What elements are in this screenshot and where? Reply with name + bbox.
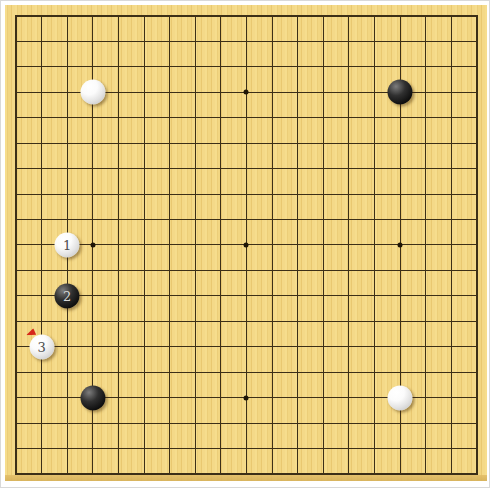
board-intersection[interactable] [80,283,106,308]
board-intersection[interactable] [259,156,285,181]
board-intersection[interactable] [387,436,413,461]
board-intersection[interactable] [29,29,55,54]
board-intersection[interactable] [439,54,465,79]
board-intersection[interactable] [362,309,388,334]
board-intersection[interactable] [234,105,260,130]
board-intersection[interactable] [439,385,465,410]
board-intersection[interactable] [362,29,388,54]
board-intersection[interactable] [3,181,29,206]
board-intersection[interactable] [336,283,362,308]
board-intersection[interactable] [54,181,80,206]
board-intersection[interactable] [464,385,490,410]
board-intersection[interactable] [29,54,55,79]
board-intersection[interactable] [3,232,29,257]
board-intersection[interactable] [362,156,388,181]
board-intersection[interactable] [311,156,337,181]
board-intersection[interactable] [54,334,80,359]
board-intersection[interactable] [439,258,465,283]
board-intersection[interactable] [413,385,439,410]
board-intersection[interactable] [285,54,311,79]
board-intersection[interactable] [439,156,465,181]
board-intersection[interactable] [131,410,157,435]
board-intersection[interactable] [387,334,413,359]
board-intersection[interactable] [131,334,157,359]
board-intersection[interactable] [387,359,413,384]
board-intersection[interactable] [464,410,490,435]
board-intersection[interactable] [54,54,80,79]
board-intersection[interactable] [362,283,388,308]
board-intersection[interactable] [387,54,413,79]
board-intersection[interactable] [439,207,465,232]
board-intersection[interactable] [182,283,208,308]
board-intersection[interactable] [464,436,490,461]
board-intersection[interactable] [208,156,234,181]
board-intersection[interactable] [54,461,80,486]
board-intersection[interactable] [54,436,80,461]
board-intersection[interactable] [413,156,439,181]
board-intersection[interactable] [362,105,388,130]
board-intersection[interactable] [106,54,132,79]
board-intersection[interactable] [54,156,80,181]
board-intersection[interactable] [182,131,208,156]
board-intersection[interactable] [106,181,132,206]
board-intersection[interactable] [464,283,490,308]
board-intersection[interactable] [336,385,362,410]
board-intersection[interactable] [182,334,208,359]
board-intersection[interactable] [80,3,106,28]
board-intersection[interactable] [439,410,465,435]
board-intersection[interactable] [106,359,132,384]
board-intersection[interactable] [208,105,234,130]
board-intersection[interactable] [439,436,465,461]
board-intersection[interactable] [413,283,439,308]
board-intersection[interactable] [464,131,490,156]
board-intersection[interactable] [157,181,183,206]
board-intersection[interactable] [234,156,260,181]
board-intersection[interactable] [311,3,337,28]
board-intersection[interactable] [3,3,29,28]
board-intersection[interactable] [131,80,157,105]
board-intersection[interactable] [439,334,465,359]
board-intersection[interactable] [157,131,183,156]
board-intersection[interactable] [131,105,157,130]
board-intersection[interactable] [29,258,55,283]
board-intersection[interactable] [311,359,337,384]
board-intersection[interactable] [54,309,80,334]
board-intersection[interactable] [157,207,183,232]
board-intersection[interactable] [464,207,490,232]
board-intersection[interactable] [157,3,183,28]
board-intersection[interactable] [80,436,106,461]
board-intersection[interactable] [413,258,439,283]
board-intersection[interactable] [208,3,234,28]
board-intersection[interactable] [106,436,132,461]
board-intersection[interactable] [234,410,260,435]
board-intersection[interactable] [336,29,362,54]
board-intersection[interactable] [182,232,208,257]
board-intersection[interactable] [106,232,132,257]
board-intersection[interactable] [387,105,413,130]
board-intersection[interactable] [336,3,362,28]
board-intersection[interactable] [131,232,157,257]
board-intersection[interactable] [311,334,337,359]
board-intersection[interactable] [29,283,55,308]
board-intersection[interactable] [387,283,413,308]
board-intersection[interactable] [439,359,465,384]
board-intersection[interactable] [157,283,183,308]
board-intersection[interactable] [80,105,106,130]
board-intersection[interactable] [439,309,465,334]
board-intersection[interactable] [285,410,311,435]
board-intersection[interactable] [3,359,29,384]
board-intersection[interactable] [336,461,362,486]
board-intersection[interactable] [106,156,132,181]
board-intersection[interactable] [387,461,413,486]
board-intersection[interactable] [259,461,285,486]
board-intersection[interactable] [234,181,260,206]
board-intersection[interactable] [131,283,157,308]
board-intersection[interactable] [259,29,285,54]
board-intersection[interactable] [106,461,132,486]
board-intersection[interactable] [439,461,465,486]
board-intersection[interactable] [259,54,285,79]
board-intersection[interactable] [3,258,29,283]
board-intersection[interactable] [182,181,208,206]
board-intersection[interactable] [285,3,311,28]
board-intersection[interactable] [464,334,490,359]
board-intersection[interactable] [80,359,106,384]
board-intersection[interactable] [234,207,260,232]
board-intersection[interactable] [157,232,183,257]
board-intersection[interactable] [80,181,106,206]
board-intersection[interactable] [3,461,29,486]
board-intersection[interactable] [208,232,234,257]
board-intersection[interactable] [464,232,490,257]
board-intersection[interactable] [259,258,285,283]
board-intersection[interactable] [208,359,234,384]
board-intersection[interactable] [208,410,234,435]
board-intersection[interactable] [285,385,311,410]
board-intersection[interactable] [336,334,362,359]
board-intersection[interactable] [182,54,208,79]
board-intersection[interactable] [259,309,285,334]
board-intersection[interactable] [208,181,234,206]
board-intersection[interactable] [80,309,106,334]
board-intersection[interactable] [387,29,413,54]
board-intersection[interactable] [131,461,157,486]
board-intersection[interactable] [285,258,311,283]
board-intersection[interactable] [285,105,311,130]
board-intersection[interactable] [413,334,439,359]
board-intersection[interactable] [234,54,260,79]
board-intersection[interactable] [208,54,234,79]
board-intersection[interactable] [208,461,234,486]
board-intersection[interactable] [259,232,285,257]
board-intersection[interactable] [387,309,413,334]
board-intersection[interactable] [285,156,311,181]
board-intersection[interactable] [157,29,183,54]
board-intersection[interactable] [413,359,439,384]
board-intersection[interactable] [54,29,80,54]
board-intersection[interactable] [80,207,106,232]
board-intersection[interactable] [131,181,157,206]
board-intersection[interactable] [208,29,234,54]
board-intersection[interactable] [336,207,362,232]
board-intersection[interactable] [234,283,260,308]
board-intersection[interactable] [29,105,55,130]
board-intersection[interactable] [29,461,55,486]
board-intersection[interactable] [131,156,157,181]
board-intersection[interactable] [413,461,439,486]
board-intersection[interactable] [259,207,285,232]
board-intersection[interactable] [131,29,157,54]
board-intersection[interactable] [413,436,439,461]
board-intersection[interactable] [54,385,80,410]
board-intersection[interactable] [208,334,234,359]
board-intersection[interactable] [464,461,490,486]
board-intersection[interactable] [29,385,55,410]
board-intersection[interactable] [413,3,439,28]
board-intersection[interactable] [336,105,362,130]
board-intersection[interactable] [3,156,29,181]
board-intersection[interactable] [208,283,234,308]
board-intersection[interactable] [234,334,260,359]
board-intersection[interactable] [3,29,29,54]
board-intersection[interactable] [336,80,362,105]
board-intersection[interactable] [54,80,80,105]
board-intersection[interactable] [439,181,465,206]
board-intersection[interactable] [131,436,157,461]
board-intersection[interactable] [182,105,208,130]
board-intersection[interactable] [106,309,132,334]
board-intersection[interactable] [362,461,388,486]
board-intersection[interactable] [259,3,285,28]
board-intersection[interactable] [259,80,285,105]
board-intersection[interactable] [362,385,388,410]
board-intersection[interactable] [311,258,337,283]
board-intersection[interactable] [29,80,55,105]
board-intersection[interactable] [54,410,80,435]
board-intersection[interactable] [106,29,132,54]
board-intersection[interactable] [336,309,362,334]
board-intersection[interactable] [234,258,260,283]
board-intersection[interactable] [439,29,465,54]
board-intersection[interactable] [362,80,388,105]
board-intersection[interactable] [336,258,362,283]
board-intersection[interactable] [362,410,388,435]
board-intersection[interactable] [413,80,439,105]
board-intersection[interactable] [336,359,362,384]
board-intersection[interactable] [234,436,260,461]
board-intersection[interactable] [311,29,337,54]
board-intersection[interactable] [362,131,388,156]
board-intersection[interactable] [259,334,285,359]
board-intersection[interactable] [29,131,55,156]
board-intersection[interactable] [157,156,183,181]
board-intersection[interactable] [387,156,413,181]
board-intersection[interactable] [131,207,157,232]
board-intersection[interactable] [336,156,362,181]
board-intersection[interactable] [29,232,55,257]
board-intersection[interactable] [208,131,234,156]
board-intersection[interactable] [3,80,29,105]
board-intersection[interactable] [259,283,285,308]
board-intersection[interactable] [182,3,208,28]
board-intersection[interactable] [259,410,285,435]
board-intersection[interactable] [285,334,311,359]
board-intersection[interactable] [106,283,132,308]
board-intersection[interactable] [80,54,106,79]
board-intersection[interactable] [413,410,439,435]
board-intersection[interactable] [157,80,183,105]
board-intersection[interactable] [29,359,55,384]
board-intersection[interactable] [157,258,183,283]
board-intersection[interactable] [387,207,413,232]
board-intersection[interactable] [311,232,337,257]
board-intersection[interactable] [182,385,208,410]
board-intersection[interactable] [234,359,260,384]
board-intersection[interactable] [3,105,29,130]
board-intersection[interactable] [285,309,311,334]
board-intersection[interactable] [464,105,490,130]
board-intersection[interactable] [3,436,29,461]
board-intersection[interactable] [106,410,132,435]
board-intersection[interactable] [413,309,439,334]
board-intersection[interactable] [29,181,55,206]
board-intersection[interactable] [80,29,106,54]
board-intersection[interactable] [285,359,311,384]
board-intersection[interactable] [285,232,311,257]
board-intersection[interactable] [182,359,208,384]
board-intersection[interactable] [29,3,55,28]
board-intersection[interactable] [234,309,260,334]
board-intersection[interactable] [336,181,362,206]
board-intersection[interactable] [106,80,132,105]
board-intersection[interactable] [106,258,132,283]
board-intersection[interactable] [54,258,80,283]
board-intersection[interactable] [54,131,80,156]
board-intersection[interactable] [336,410,362,435]
board-intersection[interactable] [3,131,29,156]
board-intersection[interactable] [311,309,337,334]
board-intersection[interactable] [362,436,388,461]
board-intersection[interactable] [182,410,208,435]
board-intersection[interactable] [259,359,285,384]
board-intersection[interactable] [208,436,234,461]
board-intersection[interactable] [311,207,337,232]
board-intersection[interactable] [464,3,490,28]
board-intersection[interactable] [208,80,234,105]
board-intersection[interactable] [157,385,183,410]
board-intersection[interactable] [387,258,413,283]
board-intersection[interactable] [3,283,29,308]
board-intersection[interactable] [182,258,208,283]
board-intersection[interactable] [285,80,311,105]
board-intersection[interactable] [106,3,132,28]
board-intersection[interactable] [80,131,106,156]
board-intersection[interactable] [182,309,208,334]
board-intersection[interactable] [131,359,157,384]
board-intersection[interactable] [131,385,157,410]
board-intersection[interactable] [336,131,362,156]
board-intersection[interactable] [182,156,208,181]
board-intersection[interactable] [106,131,132,156]
board-intersection[interactable] [464,359,490,384]
board-intersection[interactable] [362,54,388,79]
board-intersection[interactable] [439,80,465,105]
board-intersection[interactable] [413,29,439,54]
board-intersection[interactable] [285,29,311,54]
board-intersection[interactable] [80,334,106,359]
board-intersection[interactable] [285,283,311,308]
board-intersection[interactable] [464,156,490,181]
board-intersection[interactable] [29,436,55,461]
board-intersection[interactable] [464,258,490,283]
board-intersection[interactable] [234,29,260,54]
board-intersection[interactable] [439,232,465,257]
board-intersection[interactable] [182,29,208,54]
board-intersection[interactable] [362,258,388,283]
board-intersection[interactable] [3,385,29,410]
board-intersection[interactable] [387,410,413,435]
board-intersection[interactable] [157,461,183,486]
board-intersection[interactable] [106,207,132,232]
board-intersection[interactable] [464,309,490,334]
board-intersection[interactable] [208,258,234,283]
board-intersection[interactable] [157,436,183,461]
board-intersection[interactable] [413,131,439,156]
board-intersection[interactable] [182,207,208,232]
board-intersection[interactable] [182,80,208,105]
board-intersection[interactable] [157,410,183,435]
board-intersection[interactable] [157,309,183,334]
board-intersection[interactable] [413,232,439,257]
board-intersection[interactable] [285,181,311,206]
board-intersection[interactable] [208,385,234,410]
board-intersection[interactable] [29,410,55,435]
board-intersection[interactable] [208,309,234,334]
board-intersection[interactable] [311,80,337,105]
board-intersection[interactable] [131,54,157,79]
board-intersection[interactable] [439,3,465,28]
board-intersection[interactable] [234,461,260,486]
board-intersection[interactable] [439,131,465,156]
board-intersection[interactable] [259,105,285,130]
board-intersection[interactable] [259,436,285,461]
board-intersection[interactable] [285,207,311,232]
board-intersection[interactable] [362,334,388,359]
board-intersection[interactable] [413,54,439,79]
board-intersection[interactable] [80,156,106,181]
board-intersection[interactable] [157,334,183,359]
board-intersection[interactable] [259,181,285,206]
board-intersection[interactable] [362,232,388,257]
board-intersection[interactable] [362,207,388,232]
board-intersection[interactable] [3,54,29,79]
board-intersection[interactable] [157,54,183,79]
board-intersection[interactable] [80,461,106,486]
board-intersection[interactable] [3,334,29,359]
board-intersection[interactable] [439,105,465,130]
board-intersection[interactable] [106,334,132,359]
board-intersection[interactable] [311,181,337,206]
board-intersection[interactable] [311,410,337,435]
board-intersection[interactable] [3,309,29,334]
board-intersection[interactable] [131,258,157,283]
board-intersection[interactable] [311,283,337,308]
board-intersection[interactable] [311,105,337,130]
board-intersection[interactable] [3,410,29,435]
